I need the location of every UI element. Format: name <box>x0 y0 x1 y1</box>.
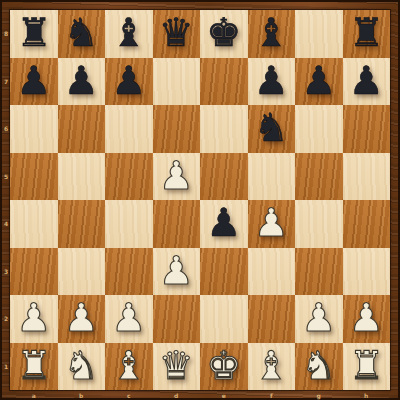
file-label-h: h <box>343 390 391 400</box>
square-b6[interactable] <box>58 105 106 153</box>
square-b4[interactable] <box>58 200 106 248</box>
square-e5[interactable] <box>200 153 248 201</box>
piece-white-pawn[interactable]: ♟ <box>153 248 201 296</box>
piece-white-pawn[interactable]: ♟ <box>105 295 153 343</box>
square-f4[interactable]: ♟ <box>248 200 296 248</box>
piece-black-pawn[interactable]: ♟ <box>295 58 343 106</box>
rank-label-8: 8 <box>2 10 10 58</box>
piece-white-king[interactable]: ♚ <box>200 343 248 391</box>
square-f3[interactable] <box>248 248 296 296</box>
square-a5[interactable] <box>10 153 58 201</box>
square-h7[interactable]: ♟ <box>343 58 391 106</box>
square-h6[interactable] <box>343 105 391 153</box>
piece-black-pawn[interactable]: ♟ <box>248 58 296 106</box>
square-d5[interactable]: ♟ <box>153 153 201 201</box>
square-c1[interactable]: ♝ <box>105 343 153 391</box>
square-e8[interactable]: ♚ <box>200 10 248 58</box>
square-d7[interactable] <box>153 58 201 106</box>
square-g7[interactable]: ♟ <box>295 58 343 106</box>
square-h1[interactable]: ♜ <box>343 343 391 391</box>
square-b1[interactable]: ♞ <box>58 343 106 391</box>
rank-label-2: 2 <box>2 295 10 343</box>
piece-black-pawn[interactable]: ♟ <box>58 58 106 106</box>
piece-black-pawn[interactable]: ♟ <box>343 58 391 106</box>
file-label-a: a <box>10 390 58 400</box>
square-f1[interactable]: ♝ <box>248 343 296 391</box>
piece-black-pawn[interactable]: ♟ <box>10 58 58 106</box>
piece-white-pawn[interactable]: ♟ <box>295 295 343 343</box>
piece-black-knight[interactable]: ♞ <box>58 10 106 58</box>
square-g5[interactable] <box>295 153 343 201</box>
piece-white-bishop[interactable]: ♝ <box>248 343 296 391</box>
piece-black-bishop[interactable]: ♝ <box>248 10 296 58</box>
piece-white-pawn[interactable]: ♟ <box>58 295 106 343</box>
piece-white-knight[interactable]: ♞ <box>58 343 106 391</box>
square-e4[interactable]: ♟ <box>200 200 248 248</box>
piece-white-pawn[interactable]: ♟ <box>343 295 391 343</box>
square-c6[interactable] <box>105 105 153 153</box>
square-a2[interactable]: ♟ <box>10 295 58 343</box>
piece-black-bishop[interactable]: ♝ <box>105 10 153 58</box>
piece-white-queen[interactable]: ♛ <box>153 343 201 391</box>
square-h5[interactable] <box>343 153 391 201</box>
rank-label-6: 6 <box>2 105 10 153</box>
piece-black-pawn[interactable]: ♟ <box>105 58 153 106</box>
square-g4[interactable] <box>295 200 343 248</box>
file-label-g: g <box>295 390 343 400</box>
square-e3[interactable] <box>200 248 248 296</box>
square-c3[interactable] <box>105 248 153 296</box>
square-g8[interactable] <box>295 10 343 58</box>
square-a3[interactable] <box>10 248 58 296</box>
square-c5[interactable] <box>105 153 153 201</box>
file-label-c: c <box>105 390 153 400</box>
square-a8[interactable]: ♜ <box>10 10 58 58</box>
square-d4[interactable] <box>153 200 201 248</box>
square-d2[interactable] <box>153 295 201 343</box>
square-c4[interactable] <box>105 200 153 248</box>
square-d1[interactable]: ♛ <box>153 343 201 391</box>
rank-label-7: 7 <box>2 58 10 106</box>
square-g2[interactable]: ♟ <box>295 295 343 343</box>
rank-label-5: 5 <box>2 153 10 201</box>
piece-white-knight[interactable]: ♞ <box>295 343 343 391</box>
square-b3[interactable] <box>58 248 106 296</box>
square-d6[interactable] <box>153 105 201 153</box>
square-a7[interactable]: ♟ <box>10 58 58 106</box>
square-a1[interactable]: ♜ <box>10 343 58 391</box>
square-b2[interactable]: ♟ <box>58 295 106 343</box>
chess-board-frame: ♜♞♝♛♚♝♜♟♟♟♟♟♟♞♟♟♟♟♟♟♟♟♟♜♞♝♛♚♝♞♜ 87654321… <box>0 0 400 400</box>
piece-black-knight[interactable]: ♞ <box>248 105 296 153</box>
square-b7[interactable]: ♟ <box>58 58 106 106</box>
square-b8[interactable]: ♞ <box>58 10 106 58</box>
rank-label-4: 4 <box>2 200 10 248</box>
square-a6[interactable] <box>10 105 58 153</box>
square-h8[interactable]: ♜ <box>343 10 391 58</box>
piece-white-rook[interactable]: ♜ <box>10 343 58 391</box>
square-e7[interactable] <box>200 58 248 106</box>
square-g6[interactable] <box>295 105 343 153</box>
square-f6[interactable]: ♞ <box>248 105 296 153</box>
piece-black-pawn[interactable]: ♟ <box>200 200 248 248</box>
square-f7[interactable]: ♟ <box>248 58 296 106</box>
file-label-b: b <box>58 390 106 400</box>
file-label-f: f <box>248 390 296 400</box>
chess-board: ♜♞♝♛♚♝♜♟♟♟♟♟♟♞♟♟♟♟♟♟♟♟♟♜♞♝♛♚♝♞♜ <box>10 10 390 390</box>
square-a4[interactable] <box>10 200 58 248</box>
piece-white-rook[interactable]: ♜ <box>343 343 391 391</box>
square-c2[interactable]: ♟ <box>105 295 153 343</box>
square-d8[interactable]: ♛ <box>153 10 201 58</box>
piece-black-queen[interactable]: ♛ <box>153 10 201 58</box>
square-b5[interactable] <box>58 153 106 201</box>
square-f5[interactable] <box>248 153 296 201</box>
square-h4[interactable] <box>343 200 391 248</box>
square-c7[interactable]: ♟ <box>105 58 153 106</box>
square-h2[interactable]: ♟ <box>343 295 391 343</box>
file-label-d: d <box>153 390 201 400</box>
piece-black-king[interactable]: ♚ <box>200 10 248 58</box>
square-f8[interactable]: ♝ <box>248 10 296 58</box>
square-e2[interactable] <box>200 295 248 343</box>
square-c8[interactable]: ♝ <box>105 10 153 58</box>
piece-black-rook[interactable]: ♜ <box>10 10 58 58</box>
rank-label-1: 1 <box>2 343 10 391</box>
square-g1[interactable]: ♞ <box>295 343 343 391</box>
square-d3[interactable]: ♟ <box>153 248 201 296</box>
square-e6[interactable] <box>200 105 248 153</box>
piece-white-pawn[interactable]: ♟ <box>248 200 296 248</box>
square-g3[interactable] <box>295 248 343 296</box>
piece-black-rook[interactable]: ♜ <box>343 10 391 58</box>
square-h3[interactable] <box>343 248 391 296</box>
piece-white-pawn[interactable]: ♟ <box>10 295 58 343</box>
piece-white-pawn[interactable]: ♟ <box>153 153 201 201</box>
rank-label-3: 3 <box>2 248 10 296</box>
file-label-e: e <box>200 390 248 400</box>
piece-white-bishop[interactable]: ♝ <box>105 343 153 391</box>
square-f2[interactable] <box>248 295 296 343</box>
square-e1[interactable]: ♚ <box>200 343 248 391</box>
